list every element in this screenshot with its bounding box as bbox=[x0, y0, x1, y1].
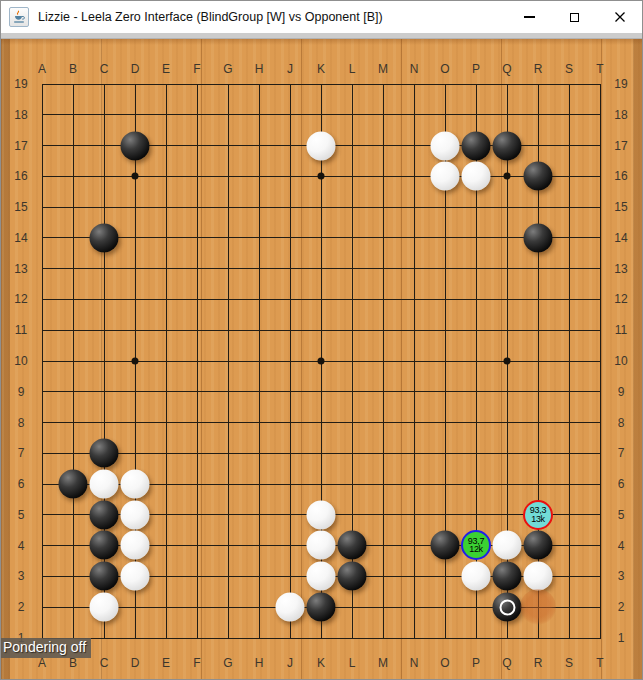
intersection-D4[interactable] bbox=[120, 530, 151, 561]
intersection-O16[interactable] bbox=[430, 161, 461, 192]
intersection-R16[interactable] bbox=[523, 161, 554, 192]
intersection-K5[interactable] bbox=[306, 499, 337, 530]
intersection-F5[interactable] bbox=[182, 499, 213, 530]
intersection-P5[interactable] bbox=[461, 499, 492, 530]
intersection-J19[interactable] bbox=[275, 69, 306, 100]
intersection-R7[interactable] bbox=[523, 438, 554, 469]
intersection-G4[interactable] bbox=[213, 530, 244, 561]
intersection-P2[interactable] bbox=[461, 592, 492, 623]
intersection-K14[interactable] bbox=[306, 222, 337, 253]
intersection-L9[interactable] bbox=[337, 376, 368, 407]
intersection-L3[interactable] bbox=[337, 561, 368, 592]
intersection-N10[interactable] bbox=[399, 346, 430, 377]
intersection-E18[interactable] bbox=[151, 99, 182, 130]
intersection-B12[interactable] bbox=[58, 284, 89, 315]
intersection-Q7[interactable] bbox=[492, 438, 523, 469]
intersection-L2[interactable] bbox=[337, 592, 368, 623]
intersection-S5[interactable] bbox=[554, 499, 585, 530]
candidate-move-R5[interactable]: 93,313k bbox=[523, 500, 553, 530]
intersection-J2[interactable] bbox=[275, 592, 306, 623]
intersection-C8[interactable] bbox=[89, 407, 120, 438]
intersection-Q2[interactable] bbox=[492, 592, 523, 623]
intersection-O11[interactable] bbox=[430, 315, 461, 346]
intersection-G19[interactable] bbox=[213, 69, 244, 100]
intersection-N8[interactable] bbox=[399, 407, 430, 438]
intersection-S14[interactable] bbox=[554, 222, 585, 253]
intersection-E13[interactable] bbox=[151, 253, 182, 284]
intersection-J16[interactable] bbox=[275, 161, 306, 192]
intersection-R12[interactable] bbox=[523, 284, 554, 315]
intersection-C15[interactable] bbox=[89, 192, 120, 223]
intersection-J3[interactable] bbox=[275, 561, 306, 592]
intersection-J14[interactable] bbox=[275, 222, 306, 253]
intersection-Q5[interactable] bbox=[492, 499, 523, 530]
intersection-B9[interactable] bbox=[58, 376, 89, 407]
intersection-E12[interactable] bbox=[151, 284, 182, 315]
intersection-N2[interactable] bbox=[399, 592, 430, 623]
intersection-C10[interactable] bbox=[89, 346, 120, 377]
intersection-T18[interactable] bbox=[585, 99, 616, 130]
intersection-G18[interactable] bbox=[213, 99, 244, 130]
intersection-N3[interactable] bbox=[399, 561, 430, 592]
intersection-N4[interactable] bbox=[399, 530, 430, 561]
intersection-R10[interactable] bbox=[523, 346, 554, 377]
intersection-G16[interactable] bbox=[213, 161, 244, 192]
intersection-A17[interactable] bbox=[27, 130, 58, 161]
intersection-G10[interactable] bbox=[213, 346, 244, 377]
intersection-L19[interactable] bbox=[337, 69, 368, 100]
intersection-M11[interactable] bbox=[368, 315, 399, 346]
intersection-C19[interactable] bbox=[89, 69, 120, 100]
intersection-B15[interactable] bbox=[58, 192, 89, 223]
intersection-A5[interactable] bbox=[27, 499, 58, 530]
intersection-M14[interactable] bbox=[368, 222, 399, 253]
intersection-E15[interactable] bbox=[151, 192, 182, 223]
intersection-A16[interactable] bbox=[27, 161, 58, 192]
intersection-E3[interactable] bbox=[151, 561, 182, 592]
intersection-R18[interactable] bbox=[523, 99, 554, 130]
intersection-J15[interactable] bbox=[275, 192, 306, 223]
intersection-Q12[interactable] bbox=[492, 284, 523, 315]
intersection-S2[interactable] bbox=[554, 592, 585, 623]
intersection-Q10[interactable] bbox=[492, 346, 523, 377]
intersection-C1[interactable] bbox=[89, 622, 120, 653]
intersection-B17[interactable] bbox=[58, 130, 89, 161]
intersection-B3[interactable] bbox=[58, 561, 89, 592]
intersection-S12[interactable] bbox=[554, 284, 585, 315]
intersection-F1[interactable] bbox=[182, 622, 213, 653]
intersection-E9[interactable] bbox=[151, 376, 182, 407]
intersection-E14[interactable] bbox=[151, 222, 182, 253]
intersection-J18[interactable] bbox=[275, 99, 306, 130]
intersection-P9[interactable] bbox=[461, 376, 492, 407]
intersection-H10[interactable] bbox=[244, 346, 275, 377]
intersection-M19[interactable] bbox=[368, 69, 399, 100]
intersection-A11[interactable] bbox=[27, 315, 58, 346]
intersection-D2[interactable] bbox=[120, 592, 151, 623]
intersection-T19[interactable] bbox=[585, 69, 616, 100]
intersection-M16[interactable] bbox=[368, 161, 399, 192]
intersection-J7[interactable] bbox=[275, 438, 306, 469]
intersection-R15[interactable] bbox=[523, 192, 554, 223]
intersection-Q6[interactable] bbox=[492, 469, 523, 500]
intersection-N14[interactable] bbox=[399, 222, 430, 253]
intersection-H18[interactable] bbox=[244, 99, 275, 130]
intersection-F16[interactable] bbox=[182, 161, 213, 192]
intersection-E2[interactable] bbox=[151, 592, 182, 623]
intersection-R5[interactable]: 93,313k bbox=[523, 499, 554, 530]
intersection-D1[interactable] bbox=[120, 622, 151, 653]
intersection-K13[interactable] bbox=[306, 253, 337, 284]
intersection-H6[interactable] bbox=[244, 469, 275, 500]
intersection-A14[interactable] bbox=[27, 222, 58, 253]
intersection-A3[interactable] bbox=[27, 561, 58, 592]
intersection-F2[interactable] bbox=[182, 592, 213, 623]
intersection-T3[interactable] bbox=[585, 561, 616, 592]
intersection-D8[interactable] bbox=[120, 407, 151, 438]
intersection-H4[interactable] bbox=[244, 530, 275, 561]
intersection-Q14[interactable] bbox=[492, 222, 523, 253]
intersection-T7[interactable] bbox=[585, 438, 616, 469]
intersection-S6[interactable] bbox=[554, 469, 585, 500]
intersection-F17[interactable] bbox=[182, 130, 213, 161]
intersection-L5[interactable] bbox=[337, 499, 368, 530]
intersection-N16[interactable] bbox=[399, 161, 430, 192]
intersection-Q11[interactable] bbox=[492, 315, 523, 346]
intersection-D19[interactable] bbox=[120, 69, 151, 100]
intersection-M1[interactable] bbox=[368, 622, 399, 653]
intersection-K16[interactable] bbox=[306, 161, 337, 192]
intersection-R1[interactable] bbox=[523, 622, 554, 653]
intersection-S4[interactable] bbox=[554, 530, 585, 561]
intersection-M6[interactable] bbox=[368, 469, 399, 500]
intersection-C13[interactable] bbox=[89, 253, 120, 284]
intersection-T11[interactable] bbox=[585, 315, 616, 346]
intersection-H7[interactable] bbox=[244, 438, 275, 469]
intersection-J8[interactable] bbox=[275, 407, 306, 438]
intersection-K1[interactable] bbox=[306, 622, 337, 653]
intersection-P1[interactable] bbox=[461, 622, 492, 653]
intersection-K2[interactable] bbox=[306, 592, 337, 623]
intersection-Q18[interactable] bbox=[492, 99, 523, 130]
intersection-T16[interactable] bbox=[585, 161, 616, 192]
intersection-N15[interactable] bbox=[399, 192, 430, 223]
intersection-R17[interactable] bbox=[523, 130, 554, 161]
intersection-D12[interactable] bbox=[120, 284, 151, 315]
intersection-C7[interactable] bbox=[89, 438, 120, 469]
intersection-D9[interactable] bbox=[120, 376, 151, 407]
intersection-L8[interactable] bbox=[337, 407, 368, 438]
intersection-G1[interactable] bbox=[213, 622, 244, 653]
intersection-H11[interactable] bbox=[244, 315, 275, 346]
intersection-M8[interactable] bbox=[368, 407, 399, 438]
intersection-E17[interactable] bbox=[151, 130, 182, 161]
intersection-O6[interactable] bbox=[430, 469, 461, 500]
intersection-H8[interactable] bbox=[244, 407, 275, 438]
intersection-F13[interactable] bbox=[182, 253, 213, 284]
intersection-D3[interactable] bbox=[120, 561, 151, 592]
intersection-O19[interactable] bbox=[430, 69, 461, 100]
intersection-G5[interactable] bbox=[213, 499, 244, 530]
intersection-R14[interactable] bbox=[523, 222, 554, 253]
intersection-B18[interactable] bbox=[58, 99, 89, 130]
intersection-N9[interactable] bbox=[399, 376, 430, 407]
intersection-P11[interactable] bbox=[461, 315, 492, 346]
intersection-G17[interactable] bbox=[213, 130, 244, 161]
intersection-C5[interactable] bbox=[89, 499, 120, 530]
intersection-S9[interactable] bbox=[554, 376, 585, 407]
intersection-S10[interactable] bbox=[554, 346, 585, 377]
intersection-M7[interactable] bbox=[368, 438, 399, 469]
intersection-L14[interactable] bbox=[337, 222, 368, 253]
intersection-O13[interactable] bbox=[430, 253, 461, 284]
intersection-N1[interactable] bbox=[399, 622, 430, 653]
intersection-T1[interactable] bbox=[585, 622, 616, 653]
intersection-F9[interactable] bbox=[182, 376, 213, 407]
intersection-G12[interactable] bbox=[213, 284, 244, 315]
intersection-H15[interactable] bbox=[244, 192, 275, 223]
intersection-F14[interactable] bbox=[182, 222, 213, 253]
intersection-O10[interactable] bbox=[430, 346, 461, 377]
intersection-L4[interactable] bbox=[337, 530, 368, 561]
intersection-L17[interactable] bbox=[337, 130, 368, 161]
intersection-H5[interactable] bbox=[244, 499, 275, 530]
intersection-O8[interactable] bbox=[430, 407, 461, 438]
intersection-R3[interactable] bbox=[523, 561, 554, 592]
intersection-J4[interactable] bbox=[275, 530, 306, 561]
intersection-N19[interactable] bbox=[399, 69, 430, 100]
intersection-K19[interactable] bbox=[306, 69, 337, 100]
intersection-S1[interactable] bbox=[554, 622, 585, 653]
intersection-S3[interactable] bbox=[554, 561, 585, 592]
intersection-O2[interactable] bbox=[430, 592, 461, 623]
intersection-E7[interactable] bbox=[151, 438, 182, 469]
intersection-M17[interactable] bbox=[368, 130, 399, 161]
intersection-N12[interactable] bbox=[399, 284, 430, 315]
intersection-S18[interactable] bbox=[554, 99, 585, 130]
intersection-A8[interactable] bbox=[27, 407, 58, 438]
intersection-C6[interactable] bbox=[89, 469, 120, 500]
intersection-P16[interactable] bbox=[461, 161, 492, 192]
intersection-Q16[interactable] bbox=[492, 161, 523, 192]
intersection-C11[interactable] bbox=[89, 315, 120, 346]
intersection-D7[interactable] bbox=[120, 438, 151, 469]
intersection-Q19[interactable] bbox=[492, 69, 523, 100]
intersection-R6[interactable] bbox=[523, 469, 554, 500]
intersection-J10[interactable] bbox=[275, 346, 306, 377]
intersection-T15[interactable] bbox=[585, 192, 616, 223]
intersection-N18[interactable] bbox=[399, 99, 430, 130]
intersection-L11[interactable] bbox=[337, 315, 368, 346]
intersection-O9[interactable] bbox=[430, 376, 461, 407]
intersection-B5[interactable] bbox=[58, 499, 89, 530]
intersection-G6[interactable] bbox=[213, 469, 244, 500]
intersection-F12[interactable] bbox=[182, 284, 213, 315]
intersection-F4[interactable] bbox=[182, 530, 213, 561]
intersection-D10[interactable] bbox=[120, 346, 151, 377]
intersection-G7[interactable] bbox=[213, 438, 244, 469]
intersection-O17[interactable] bbox=[430, 130, 461, 161]
minimize-button[interactable] bbox=[507, 1, 552, 33]
intersection-T9[interactable] bbox=[585, 376, 616, 407]
intersection-F6[interactable] bbox=[182, 469, 213, 500]
intersection-M12[interactable] bbox=[368, 284, 399, 315]
intersection-O7[interactable] bbox=[430, 438, 461, 469]
intersection-L18[interactable] bbox=[337, 99, 368, 130]
intersection-K17[interactable] bbox=[306, 130, 337, 161]
intersection-N17[interactable] bbox=[399, 130, 430, 161]
intersection-J6[interactable] bbox=[275, 469, 306, 500]
intersection-D11[interactable] bbox=[120, 315, 151, 346]
intersection-G2[interactable] bbox=[213, 592, 244, 623]
intersection-A9[interactable] bbox=[27, 376, 58, 407]
candidate-move-P4[interactable]: 93,712k bbox=[461, 530, 491, 560]
maximize-button[interactable] bbox=[552, 1, 597, 33]
intersection-E19[interactable] bbox=[151, 69, 182, 100]
intersection-P12[interactable] bbox=[461, 284, 492, 315]
intersection-M4[interactable] bbox=[368, 530, 399, 561]
intersection-P10[interactable] bbox=[461, 346, 492, 377]
intersection-B11[interactable] bbox=[58, 315, 89, 346]
intersection-N13[interactable] bbox=[399, 253, 430, 284]
intersection-Q1[interactable] bbox=[492, 622, 523, 653]
intersection-A19[interactable] bbox=[27, 69, 58, 100]
intersection-L13[interactable] bbox=[337, 253, 368, 284]
intersection-C16[interactable] bbox=[89, 161, 120, 192]
intersection-T6[interactable] bbox=[585, 469, 616, 500]
intersection-B19[interactable] bbox=[58, 69, 89, 100]
intersection-Q17[interactable] bbox=[492, 130, 523, 161]
intersection-H19[interactable] bbox=[244, 69, 275, 100]
intersection-E4[interactable] bbox=[151, 530, 182, 561]
intersection-Q3[interactable] bbox=[492, 561, 523, 592]
intersection-B14[interactable] bbox=[58, 222, 89, 253]
intersection-E1[interactable] bbox=[151, 622, 182, 653]
intersection-S13[interactable] bbox=[554, 253, 585, 284]
intersection-Q9[interactable] bbox=[492, 376, 523, 407]
intersection-O18[interactable] bbox=[430, 99, 461, 130]
intersection-N5[interactable] bbox=[399, 499, 430, 530]
intersection-M18[interactable] bbox=[368, 99, 399, 130]
intersection-C9[interactable] bbox=[89, 376, 120, 407]
intersection-L12[interactable] bbox=[337, 284, 368, 315]
intersection-D16[interactable] bbox=[120, 161, 151, 192]
intersection-P15[interactable] bbox=[461, 192, 492, 223]
intersection-P8[interactable] bbox=[461, 407, 492, 438]
intersection-J5[interactable] bbox=[275, 499, 306, 530]
intersection-F7[interactable] bbox=[182, 438, 213, 469]
intersection-M3[interactable] bbox=[368, 561, 399, 592]
intersection-D18[interactable] bbox=[120, 99, 151, 130]
intersection-F3[interactable] bbox=[182, 561, 213, 592]
intersection-S8[interactable] bbox=[554, 407, 585, 438]
intersection-R4[interactable] bbox=[523, 530, 554, 561]
intersection-G11[interactable] bbox=[213, 315, 244, 346]
intersection-O1[interactable] bbox=[430, 622, 461, 653]
intersection-A13[interactable] bbox=[27, 253, 58, 284]
intersection-Q13[interactable] bbox=[492, 253, 523, 284]
intersection-O5[interactable] bbox=[430, 499, 461, 530]
intersection-F11[interactable] bbox=[182, 315, 213, 346]
intersection-C18[interactable] bbox=[89, 99, 120, 130]
intersection-G14[interactable] bbox=[213, 222, 244, 253]
intersection-H17[interactable] bbox=[244, 130, 275, 161]
intersection-C12[interactable] bbox=[89, 284, 120, 315]
intersection-A4[interactable] bbox=[27, 530, 58, 561]
intersection-K4[interactable] bbox=[306, 530, 337, 561]
intersection-S7[interactable] bbox=[554, 438, 585, 469]
intersection-P6[interactable] bbox=[461, 469, 492, 500]
intersection-K10[interactable] bbox=[306, 346, 337, 377]
intersection-R13[interactable] bbox=[523, 253, 554, 284]
intersection-H1[interactable] bbox=[244, 622, 275, 653]
intersection-D15[interactable] bbox=[120, 192, 151, 223]
intersection-H2[interactable] bbox=[244, 592, 275, 623]
intersection-H13[interactable] bbox=[244, 253, 275, 284]
intersection-T13[interactable] bbox=[585, 253, 616, 284]
intersection-A7[interactable] bbox=[27, 438, 58, 469]
intersection-K8[interactable] bbox=[306, 407, 337, 438]
intersection-A2[interactable] bbox=[27, 592, 58, 623]
intersection-S15[interactable] bbox=[554, 192, 585, 223]
intersection-J1[interactable] bbox=[275, 622, 306, 653]
intersection-C4[interactable] bbox=[89, 530, 120, 561]
intersection-S16[interactable] bbox=[554, 161, 585, 192]
intersection-R9[interactable] bbox=[523, 376, 554, 407]
intersection-H12[interactable] bbox=[244, 284, 275, 315]
intersection-M10[interactable] bbox=[368, 346, 399, 377]
intersection-O15[interactable] bbox=[430, 192, 461, 223]
intersection-M5[interactable] bbox=[368, 499, 399, 530]
intersection-S19[interactable] bbox=[554, 69, 585, 100]
intersection-G15[interactable] bbox=[213, 192, 244, 223]
intersection-P18[interactable] bbox=[461, 99, 492, 130]
intersection-N6[interactable] bbox=[399, 469, 430, 500]
intersection-Q15[interactable] bbox=[492, 192, 523, 223]
intersection-B4[interactable] bbox=[58, 530, 89, 561]
intersection-S17[interactable] bbox=[554, 130, 585, 161]
intersection-O4[interactable] bbox=[430, 530, 461, 561]
intersection-K9[interactable] bbox=[306, 376, 337, 407]
intersection-T10[interactable] bbox=[585, 346, 616, 377]
intersection-R11[interactable] bbox=[523, 315, 554, 346]
intersection-D5[interactable] bbox=[120, 499, 151, 530]
intersection-C3[interactable] bbox=[89, 561, 120, 592]
intersection-C14[interactable] bbox=[89, 222, 120, 253]
intersection-B13[interactable] bbox=[58, 253, 89, 284]
intersection-J9[interactable] bbox=[275, 376, 306, 407]
intersection-L6[interactable] bbox=[337, 469, 368, 500]
intersection-A10[interactable] bbox=[27, 346, 58, 377]
intersection-T5[interactable] bbox=[585, 499, 616, 530]
intersection-M15[interactable] bbox=[368, 192, 399, 223]
intersection-C17[interactable] bbox=[89, 130, 120, 161]
intersection-P3[interactable] bbox=[461, 561, 492, 592]
intersection-J17[interactable] bbox=[275, 130, 306, 161]
intersection-A6[interactable] bbox=[27, 469, 58, 500]
intersection-L10[interactable] bbox=[337, 346, 368, 377]
intersection-R19[interactable] bbox=[523, 69, 554, 100]
intersection-K3[interactable] bbox=[306, 561, 337, 592]
intersection-T12[interactable] bbox=[585, 284, 616, 315]
intersection-K7[interactable] bbox=[306, 438, 337, 469]
intersection-J13[interactable] bbox=[275, 253, 306, 284]
intersection-O3[interactable] bbox=[430, 561, 461, 592]
intersection-G9[interactable] bbox=[213, 376, 244, 407]
intersection-D13[interactable] bbox=[120, 253, 151, 284]
intersection-K11[interactable] bbox=[306, 315, 337, 346]
intersection-K6[interactable] bbox=[306, 469, 337, 500]
